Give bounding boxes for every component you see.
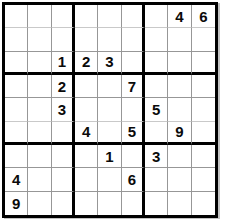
cell-r5c7[interactable]: 5 xyxy=(145,98,168,121)
cell-r7c5[interactable]: 1 xyxy=(98,145,121,168)
cell-r1c7[interactable] xyxy=(145,5,168,28)
cell-r6c2[interactable] xyxy=(28,122,51,145)
cell-r9c7[interactable] xyxy=(145,192,168,215)
cell-r3c9[interactable] xyxy=(192,52,215,75)
cell-r7c7[interactable]: 3 xyxy=(145,145,168,168)
cell-r4c7[interactable] xyxy=(145,75,168,98)
cell-r3c7[interactable] xyxy=(145,52,168,75)
cell-r5c5[interactable] xyxy=(98,98,121,121)
cell-r4c4[interactable] xyxy=(75,75,98,98)
cell-r5c8[interactable] xyxy=(168,98,191,121)
cell-r8c4[interactable] xyxy=(75,168,98,191)
cell-r9c1[interactable]: 9 xyxy=(5,192,28,215)
cell-r2c4[interactable] xyxy=(75,28,98,51)
cell-r5c6[interactable] xyxy=(122,98,145,121)
cell-r7c2[interactable] xyxy=(28,145,51,168)
cell-r4c3[interactable]: 2 xyxy=(52,75,75,98)
cell-r3c3[interactable]: 1 xyxy=(52,52,75,75)
cell-r5c4[interactable] xyxy=(75,98,98,121)
cell-r6c1[interactable] xyxy=(5,122,28,145)
cell-r4c8[interactable] xyxy=(168,75,191,98)
cell-r3c4[interactable]: 2 xyxy=(75,52,98,75)
cell-r6c3[interactable] xyxy=(52,122,75,145)
cell-r1c9[interactable]: 6 xyxy=(192,5,215,28)
cell-r2c1[interactable] xyxy=(5,28,28,51)
cell-r1c6[interactable] xyxy=(122,5,145,28)
cell-r7c3[interactable] xyxy=(52,145,75,168)
cell-r8c1[interactable]: 4 xyxy=(5,168,28,191)
cell-r8c3[interactable] xyxy=(52,168,75,191)
cell-r6c8[interactable]: 9 xyxy=(168,122,191,145)
cell-r5c9[interactable] xyxy=(192,98,215,121)
cell-r1c8[interactable]: 4 xyxy=(168,5,191,28)
cell-r3c5[interactable]: 3 xyxy=(98,52,121,75)
cell-r2c5[interactable] xyxy=(98,28,121,51)
cell-r5c1[interactable] xyxy=(5,98,28,121)
cell-r3c1[interactable] xyxy=(5,52,28,75)
cell-r9c9[interactable] xyxy=(192,192,215,215)
cell-r3c8[interactable] xyxy=(168,52,191,75)
cell-r8c5[interactable] xyxy=(98,168,121,191)
cell-r2c6[interactable] xyxy=(122,28,145,51)
cell-r9c8[interactable] xyxy=(168,192,191,215)
cell-r8c2[interactable] xyxy=(28,168,51,191)
cell-r2c8[interactable] xyxy=(168,28,191,51)
sudoku-board: 46123273545913469 xyxy=(2,2,218,218)
cell-r1c5[interactable] xyxy=(98,5,121,28)
cell-r4c5[interactable] xyxy=(98,75,121,98)
cell-r8c8[interactable] xyxy=(168,168,191,191)
cell-r7c1[interactable] xyxy=(5,145,28,168)
cell-r6c9[interactable] xyxy=(192,122,215,145)
cell-r6c4[interactable]: 4 xyxy=(75,122,98,145)
cell-r8c9[interactable] xyxy=(192,168,215,191)
cell-r9c3[interactable] xyxy=(52,192,75,215)
cell-r5c2[interactable] xyxy=(28,98,51,121)
cell-r3c6[interactable] xyxy=(122,52,145,75)
cell-r1c1[interactable] xyxy=(5,5,28,28)
cell-r3c2[interactable] xyxy=(28,52,51,75)
cell-r1c3[interactable] xyxy=(52,5,75,28)
cell-r2c3[interactable] xyxy=(52,28,75,51)
cell-r4c6[interactable]: 7 xyxy=(122,75,145,98)
cell-r9c5[interactable] xyxy=(98,192,121,215)
cell-r8c6[interactable]: 6 xyxy=(122,168,145,191)
cell-r7c8[interactable] xyxy=(168,145,191,168)
cell-r8c7[interactable] xyxy=(145,168,168,191)
cell-r1c2[interactable] xyxy=(28,5,51,28)
cell-r7c9[interactable] xyxy=(192,145,215,168)
cell-r1c4[interactable] xyxy=(75,5,98,28)
cell-r4c2[interactable] xyxy=(28,75,51,98)
cell-r6c6[interactable]: 5 xyxy=(122,122,145,145)
cell-r6c7[interactable] xyxy=(145,122,168,145)
cell-r5c3[interactable]: 3 xyxy=(52,98,75,121)
cell-r6c5[interactable] xyxy=(98,122,121,145)
cell-r9c6[interactable] xyxy=(122,192,145,215)
cell-r4c1[interactable] xyxy=(5,75,28,98)
cell-r2c9[interactable] xyxy=(192,28,215,51)
cell-r2c2[interactable] xyxy=(28,28,51,51)
cell-r4c9[interactable] xyxy=(192,75,215,98)
cell-r9c4[interactable] xyxy=(75,192,98,215)
cell-r9c2[interactable] xyxy=(28,192,51,215)
cell-r7c4[interactable] xyxy=(75,145,98,168)
cell-r2c7[interactable] xyxy=(145,28,168,51)
cell-r7c6[interactable] xyxy=(122,145,145,168)
